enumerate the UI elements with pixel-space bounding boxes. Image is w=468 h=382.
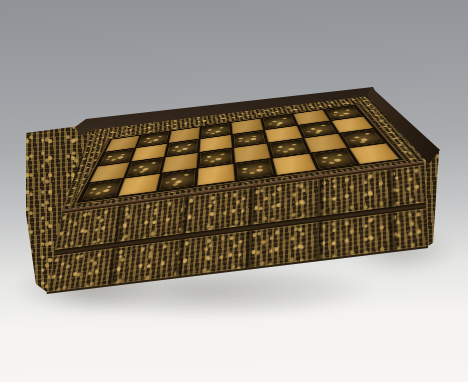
board-square-h-row1 [349,143,399,164]
board-square-e-row1 [235,159,275,181]
board-square-f-row1 [273,153,316,175]
board-square-d-row1 [197,164,235,186]
board-square-c-row1 [158,169,197,191]
photo-of-lacquer-chessboard-box [0,0,468,382]
